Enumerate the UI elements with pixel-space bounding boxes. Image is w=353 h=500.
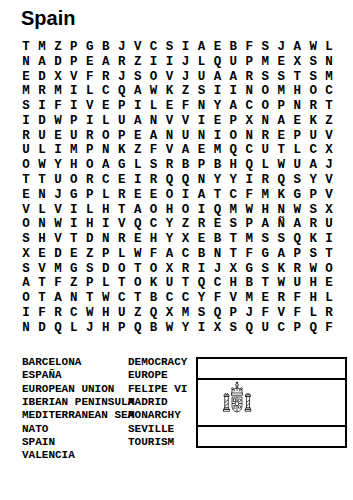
grid-cell: O <box>98 129 114 144</box>
grid-cell: Z <box>50 40 66 55</box>
grid-cell: S <box>257 40 273 55</box>
grid-cell: H <box>34 232 50 247</box>
grid-cell: A <box>273 247 289 262</box>
grid-cell: L <box>82 84 98 99</box>
grid-cell: H <box>66 158 82 173</box>
grid-cell: A <box>18 276 34 291</box>
grid-cell: F <box>241 247 257 262</box>
grid-cell: F <box>146 143 162 158</box>
grid-cell: L <box>130 158 146 173</box>
grid-cell: N <box>98 143 114 158</box>
grid-cell: R <box>193 217 209 232</box>
grid-cell: B <box>209 158 225 173</box>
grid-cell: R <box>305 99 321 114</box>
grid-cell: P <box>82 143 98 158</box>
grid-cell: P <box>289 129 305 144</box>
grid-cell: L <box>257 158 273 173</box>
grid-cell: I <box>66 84 82 99</box>
word-list-item: DEMOCRACY <box>128 356 187 369</box>
grid-cell: Q <box>50 321 66 336</box>
grid-cell: N <box>146 114 162 129</box>
grid-cell: E <box>209 114 225 129</box>
grid-cell: Q <box>209 55 225 70</box>
grid-cell: D <box>34 70 50 85</box>
grid-cell: C <box>209 276 225 291</box>
grid-cell: P <box>66 40 82 55</box>
grid-cell: T <box>321 99 337 114</box>
grid-cell: C <box>66 306 82 321</box>
grid-cell: U <box>114 306 130 321</box>
flag-bottom-stripe <box>198 427 345 446</box>
grid-cell: C <box>146 40 162 55</box>
grid-cell: U <box>321 217 337 232</box>
grid-cell: A <box>178 143 194 158</box>
grid-cell: K <box>273 188 289 203</box>
grid-cell: P <box>241 55 257 70</box>
grid-cell: S <box>193 84 209 99</box>
grid-cell: T <box>34 276 50 291</box>
grid-cell: A <box>34 55 50 70</box>
grid-cell: C <box>178 291 194 306</box>
grid-cell: T <box>82 291 98 306</box>
grid-cell: W <box>82 306 98 321</box>
grid-cell: R <box>114 188 130 203</box>
grid-cell: R <box>257 173 273 188</box>
grid-cell: A <box>98 158 114 173</box>
grid-cell: E <box>257 291 273 306</box>
grid-cell: R <box>305 217 321 232</box>
grid-cell: N <box>66 291 82 306</box>
grid-cell: E <box>321 276 337 291</box>
grid-cell: N <box>162 129 178 144</box>
grid-cell: A <box>225 70 241 85</box>
grid-cell: G <box>114 158 130 173</box>
grid-cell: I <box>50 143 66 158</box>
grid-cell: L <box>34 202 50 217</box>
grid-cell: Y <box>162 232 178 247</box>
grid-cell: L <box>305 306 321 321</box>
grid-cell: K <box>114 143 130 158</box>
grid-cell: O <box>18 217 34 232</box>
page-title: Spain <box>21 7 75 30</box>
grid-cell: L <box>321 291 337 306</box>
grid-cell: V <box>50 202 66 217</box>
grid-cell: E <box>162 99 178 114</box>
grid-cell: I <box>209 84 225 99</box>
grid-cell: S <box>18 261 34 276</box>
grid-cell: V <box>321 188 337 203</box>
grid-cell: W <box>289 202 305 217</box>
grid-cell: M <box>257 55 273 70</box>
grid-cell: O <box>18 291 34 306</box>
grid-cell: E <box>114 173 130 188</box>
word-list-item: MONARCHY <box>128 409 187 422</box>
grid-cell: U <box>289 158 305 173</box>
grid-cell: V <box>18 202 34 217</box>
grid-cell: Ñ <box>273 217 289 232</box>
grid-cell: S <box>18 232 34 247</box>
grid-cell: P <box>305 188 321 203</box>
grid-cell: H <box>82 217 98 232</box>
grid-cell: H <box>98 321 114 336</box>
word-search-worksheet: Spain TMZPGBJVCSIAEBFSJAWLNADPEARZIIJLQU… <box>0 0 353 500</box>
grid-cell: G <box>257 247 273 262</box>
grid-cell: T <box>18 173 34 188</box>
grid-cell: O <box>225 129 241 144</box>
word-list-item: ESPAÑA <box>22 369 134 382</box>
grid-cell: I <box>178 40 194 55</box>
grid-cell: Y <box>193 291 209 306</box>
grid-cell: S <box>273 232 289 247</box>
grid-cell: V <box>50 232 66 247</box>
grid-cell: N <box>241 129 257 144</box>
grid-cell: O <box>114 261 130 276</box>
grid-cell: H <box>257 202 273 217</box>
grid-cell: I <box>193 321 209 336</box>
grid-cell: S <box>225 217 241 232</box>
grid-cell: U <box>50 173 66 188</box>
grid-cell: V <box>130 40 146 55</box>
grid-cell: B <box>178 158 194 173</box>
grid-cell: H <box>98 202 114 217</box>
grid-cell: I <box>130 173 146 188</box>
grid-cell: B <box>241 276 257 291</box>
grid-cell: Q <box>178 173 194 188</box>
grid-cell: W <box>273 158 289 173</box>
word-list-column-2: DEMOCRACYEUROPEFELIPE VIMADRIDMONARCHYSE… <box>128 356 187 449</box>
grid-cell: V <box>82 99 98 114</box>
grid-cell: B <box>146 321 162 336</box>
grid-cell: L <box>193 55 209 70</box>
grid-cell: L <box>289 143 305 158</box>
grid-cell: F <box>289 306 305 321</box>
grid-cell: X <box>209 321 225 336</box>
grid-cell: Q <box>114 84 130 99</box>
grid-cell: F <box>241 40 257 55</box>
grid-cell: L <box>114 247 130 262</box>
grid-cell: T <box>257 276 273 291</box>
grid-cell: P <box>225 114 241 129</box>
grid-cell: V <box>162 114 178 129</box>
grid-cell: T <box>178 276 194 291</box>
grid-cell: T <box>209 188 225 203</box>
grid-cell: R <box>257 129 273 144</box>
grid-cell: O <box>66 173 82 188</box>
grid-cell: V <box>34 261 50 276</box>
grid-cell: A <box>146 129 162 144</box>
grid-cell: I <box>18 114 34 129</box>
grid-cell: U <box>66 129 82 144</box>
grid-cell: V <box>273 306 289 321</box>
grid-cell: P <box>241 217 257 232</box>
grid-cell: Q <box>193 276 209 291</box>
grid-cell: T <box>130 291 146 306</box>
grid-cell: U <box>289 276 305 291</box>
grid-cell: S <box>305 55 321 70</box>
grid-cell: I <box>225 84 241 99</box>
grid-cell: Q <box>305 321 321 336</box>
grid-cell: H <box>305 291 321 306</box>
word-list-item: SEVILLE <box>128 423 187 436</box>
grid-cell: J <box>273 40 289 55</box>
grid-cell: A <box>289 40 305 55</box>
grid-cell: V <box>114 217 130 232</box>
grid-cell: I <box>98 217 114 232</box>
word-list-item: IBERIAN PENINSULA <box>22 396 134 409</box>
grid-cell: K <box>146 276 162 291</box>
grid-cell: S <box>257 70 273 85</box>
grid-cell: H <box>98 306 114 321</box>
grid-cell: V <box>162 143 178 158</box>
grid-cell: N <box>257 114 273 129</box>
grid-cell: A <box>162 247 178 262</box>
grid-cell: T <box>225 247 241 262</box>
grid-cell: R <box>289 261 305 276</box>
grid-cell: G <box>241 261 257 276</box>
grid-cell: I <box>66 217 82 232</box>
grid-cell: T <box>273 143 289 158</box>
grid-cell: E <box>50 129 66 144</box>
grid-cell: U <box>18 143 34 158</box>
spain-flag <box>196 357 347 448</box>
grid-cell: M <box>273 84 289 99</box>
grid-cell: O <box>146 202 162 217</box>
grid-cell: V <box>225 291 241 306</box>
grid-cell: Z <box>130 306 146 321</box>
grid-cell: E <box>289 114 305 129</box>
grid-cell: H <box>225 276 241 291</box>
grid-cell: T <box>114 276 130 291</box>
word-list-item: MADRID <box>128 396 187 409</box>
grid-cell: R <box>178 261 194 276</box>
grid-cell: M <box>241 232 257 247</box>
grid-cell: S <box>305 70 321 85</box>
grid-cell: U <box>225 55 241 70</box>
word-grid: TMZPGBJVCSIAEBFSJAWLNADPEARZIIJLQUPMEXSN… <box>18 40 337 335</box>
grid-cell: X <box>225 261 241 276</box>
grid-cell: C <box>146 217 162 232</box>
grid-cell: M <box>50 261 66 276</box>
grid-cell: X <box>241 114 257 129</box>
grid-cell: C <box>98 84 114 99</box>
grid-cell: A <box>130 84 146 99</box>
grid-cell: L <box>98 188 114 203</box>
grid-cell: C <box>321 84 337 99</box>
grid-cell: F <box>241 188 257 203</box>
grid-cell: F <box>289 291 305 306</box>
word-list-item: EUROPE <box>128 369 187 382</box>
grid-cell: Z <box>82 247 98 262</box>
grid-cell: X <box>178 232 194 247</box>
grid-cell: E <box>273 55 289 70</box>
grid-cell: C <box>241 143 257 158</box>
grid-cell: P <box>82 188 98 203</box>
grid-cell: O <box>146 70 162 85</box>
grid-cell: U <box>257 143 273 158</box>
grid-cell: I <box>130 99 146 114</box>
grid-cell: R <box>34 84 50 99</box>
word-list-item: EUROPEAN UNION <box>22 383 134 396</box>
grid-cell: B <box>225 40 241 55</box>
grid-cell: Q <box>130 217 146 232</box>
grid-cell: U <box>257 321 273 336</box>
grid-cell: L <box>34 143 50 158</box>
flag-top-stripe <box>198 359 345 380</box>
grid-cell: I <box>66 99 82 114</box>
grid-cell: O <box>257 99 273 114</box>
grid-cell: V <box>178 114 194 129</box>
grid-cell: W <box>146 84 162 99</box>
grid-cell: C <box>241 99 257 114</box>
grid-cell: N <box>193 129 209 144</box>
grid-cell: Z <box>130 143 146 158</box>
grid-cell: T <box>225 232 241 247</box>
grid-cell: H <box>162 202 178 217</box>
grid-cell: C <box>98 173 114 188</box>
grid-cell: R <box>18 129 34 144</box>
grid-cell: V <box>321 173 337 188</box>
grid-cell: T <box>114 202 130 217</box>
grid-cell: R <box>273 291 289 306</box>
grid-cell: A <box>193 188 209 203</box>
grid-cell: C <box>114 291 130 306</box>
grid-cell: N <box>321 55 337 70</box>
grid-cell: N <box>289 99 305 114</box>
grid-cell: H <box>289 84 305 99</box>
grid-cell: D <box>34 114 50 129</box>
grid-cell: J <box>209 261 225 276</box>
grid-cell: F <box>321 321 337 336</box>
grid-cell: Z <box>178 84 194 99</box>
grid-cell: Y <box>225 173 241 188</box>
grid-cell: J <box>114 40 130 55</box>
grid-cell: Q <box>225 143 241 158</box>
grid-cell: H <box>225 158 241 173</box>
grid-cell: I <box>146 55 162 70</box>
grid-cell: J <box>178 55 194 70</box>
grid-cell: M <box>18 84 34 99</box>
grid-cell: M <box>321 70 337 85</box>
grid-cell: D <box>50 247 66 262</box>
word-list-item: FELIPE VI <box>128 383 187 396</box>
grid-cell: M <box>50 84 66 99</box>
grid-cell: N <box>209 247 225 262</box>
grid-cell: U <box>305 129 321 144</box>
grid-cell: W <box>98 291 114 306</box>
grid-cell: N <box>241 84 257 99</box>
grid-cell: W <box>162 321 178 336</box>
grid-cell: Z <box>130 55 146 70</box>
grid-cell: Q <box>241 321 257 336</box>
grid-cell: O <box>257 84 273 99</box>
grid-cell: D <box>98 261 114 276</box>
grid-cell: Y <box>50 158 66 173</box>
grid-cell: K <box>305 114 321 129</box>
grid-cell: O <box>18 158 34 173</box>
grid-cell: O <box>82 158 98 173</box>
grid-cell: S <box>305 247 321 262</box>
grid-cell: W <box>50 217 66 232</box>
grid-cell: E <box>193 143 209 158</box>
grid-cell: I <box>193 114 209 129</box>
grid-cell: V <box>162 70 178 85</box>
grid-cell: J <box>50 188 66 203</box>
grid-cell: Q <box>289 232 305 247</box>
grid-cell: E <box>209 217 225 232</box>
grid-cell: W <box>130 247 146 262</box>
grid-cell: F <box>82 70 98 85</box>
grid-cell: T <box>18 40 34 55</box>
grid-cell: A <box>273 114 289 129</box>
grid-cell: Z <box>66 276 82 291</box>
grid-cell: I <box>241 173 257 188</box>
grid-cell: Y <box>209 99 225 114</box>
grid-cell: L <box>321 40 337 55</box>
grid-cell: A <box>50 291 66 306</box>
grid-cell: G <box>289 188 305 203</box>
grid-cell: A <box>289 217 305 232</box>
grid-cell: O <box>130 276 146 291</box>
grid-cell: Q <box>146 306 162 321</box>
grid-cell: N <box>193 99 209 114</box>
grid-cell: O <box>178 202 194 217</box>
grid-cell: L <box>146 99 162 114</box>
grid-cell: K <box>162 84 178 99</box>
grid-cell: E <box>193 232 209 247</box>
grid-cell: O <box>305 84 321 99</box>
grid-cell: P <box>114 99 130 114</box>
grid-cell: R <box>98 70 114 85</box>
grid-cell: S <box>289 173 305 188</box>
grid-cell: R <box>82 173 98 188</box>
grid-cell: V <box>66 70 82 85</box>
grid-cell: P <box>82 276 98 291</box>
grid-cell: I <box>193 261 209 276</box>
grid-cell: C <box>178 247 194 262</box>
grid-cell: M <box>241 291 257 306</box>
grid-cell: A <box>225 99 241 114</box>
grid-cell: Q <box>273 173 289 188</box>
grid-cell: A <box>209 70 225 85</box>
grid-cell: P <box>289 247 305 262</box>
grid-cell: S <box>82 261 98 276</box>
grid-cell: S <box>225 321 241 336</box>
grid-cell: E <box>82 55 98 70</box>
grid-cell: I <box>162 55 178 70</box>
grid-cell: P <box>66 55 82 70</box>
grid-cell: S <box>146 158 162 173</box>
grid-cell: T <box>130 261 146 276</box>
grid-cell: R <box>146 173 162 188</box>
grid-cell: I <box>34 99 50 114</box>
grid-cell: E <box>18 188 34 203</box>
grid-cell: C <box>273 321 289 336</box>
grid-cell: I <box>321 232 337 247</box>
grid-cell: J <box>321 158 337 173</box>
grid-cell: W <box>305 40 321 55</box>
grid-cell: L <box>98 114 114 129</box>
spain-coat-of-arms-icon <box>222 381 252 423</box>
grid-cell: D <box>34 321 50 336</box>
grid-cell: B <box>193 247 209 262</box>
grid-cell: E <box>66 247 82 262</box>
grid-cell: T <box>66 232 82 247</box>
grid-cell: S <box>273 70 289 85</box>
grid-cell: U <box>34 129 50 144</box>
grid-cell: K <box>305 232 321 247</box>
grid-cell: C <box>305 143 321 158</box>
grid-cell: M <box>209 143 225 158</box>
